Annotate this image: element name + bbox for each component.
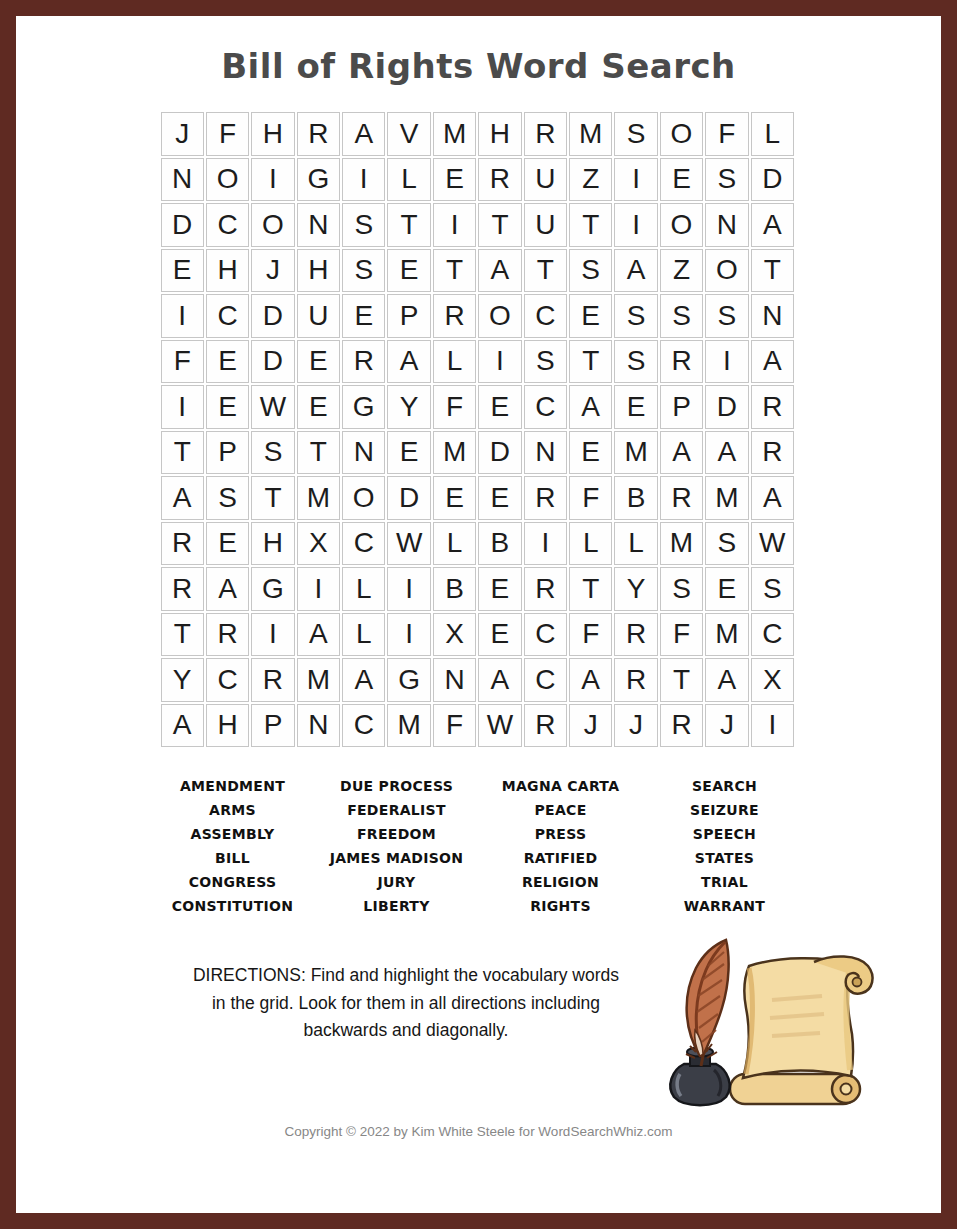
grid-cell-h11[interactable]: E [478,567,521,611]
grid-cell-f11[interactable]: I [387,567,430,611]
grid-cell-g10[interactable]: L [433,522,476,566]
word-list-item: PEACE [479,798,643,822]
grid-cell-e9[interactable]: O [342,476,385,520]
grid-cell-j9[interactable]: F [569,476,612,520]
grid-cell-j1[interactable]: M [569,112,612,156]
grid-cell-f1[interactable]: V [387,112,430,156]
grid-cell-d8[interactable]: T [297,431,340,475]
grid-cell-h2[interactable]: R [478,158,521,202]
grid-cell-k11[interactable]: Y [614,567,657,611]
grid-cell-h14[interactable]: W [478,704,521,748]
grid-cell-c5[interactable]: D [251,294,294,338]
grid-cell-j6[interactable]: T [569,340,612,384]
grid-cell-l13[interactable]: T [660,658,703,702]
grid-cell-i12[interactable]: C [524,613,567,657]
grid-cell-m1[interactable]: F [705,112,748,156]
grid-cell-m12[interactable]: M [705,613,748,657]
grid-cell-a8[interactable]: T [161,431,204,475]
word-list-item: RELIGION [479,870,643,894]
grid-cell-c3[interactable]: O [251,203,294,247]
grid-cell-n7[interactable]: R [751,385,794,429]
grid-cell-b4[interactable]: H [206,249,249,293]
grid-cell-f3[interactable]: T [387,203,430,247]
grid-cell-b8[interactable]: P [206,431,249,475]
grid-cell-k2[interactable]: I [614,158,657,202]
grid-cell-c1[interactable]: H [251,112,294,156]
grid-cell-k8[interactable]: M [614,431,657,475]
grid-cell-i10[interactable]: I [524,522,567,566]
grid-cell-a3[interactable]: D [161,203,204,247]
grid-cell-m13[interactable]: A [705,658,748,702]
grid-cell-k12[interactable]: R [614,613,657,657]
grid-cell-b13[interactable]: C [206,658,249,702]
directions-line: in the grid. Look for them in all direct… [140,990,672,1018]
word-list-item: TRIAL [643,870,807,894]
directions-line: DIRECTIONS: Find and highlight the vocab… [140,962,672,990]
grid-cell-c11[interactable]: G [251,567,294,611]
grid-cell-e12[interactable]: L [342,613,385,657]
grid-cell-j4[interactable]: S [569,249,612,293]
grid-cell-h7[interactable]: E [478,385,521,429]
grid-cell-i13[interactable]: C [524,658,567,702]
quill-and-scroll-illustration [654,938,886,1120]
word-list-item: CONGRESS [151,870,315,894]
grid-cell-j11[interactable]: T [569,567,612,611]
grid-cell-n8[interactable]: R [751,431,794,475]
grid-cell-g4[interactable]: T [433,249,476,293]
grid-cell-c7[interactable]: W [251,385,294,429]
word-list-item: SPEECH [643,822,807,846]
grid-cell-h13[interactable]: A [478,658,521,702]
grid-cell-a13[interactable]: Y [161,658,204,702]
word-list-item: WARRANT [643,894,807,918]
grid-cell-g13[interactable]: N [433,658,476,702]
grid-cell-c6[interactable]: D [251,340,294,384]
grid-cell-b7[interactable]: E [206,385,249,429]
grid-cell-l12[interactable]: F [660,613,703,657]
grid-cell-d5[interactable]: U [297,294,340,338]
word-grid: JFHRAVMHRMSOFLNOIGILERUZIESDDCONSTITUTIO… [161,112,797,747]
grid-cell-h1[interactable]: H [478,112,521,156]
grid-cell-m5[interactable]: S [705,294,748,338]
grid-cell-f2[interactable]: L [387,158,430,202]
grid-cell-h3[interactable]: T [478,203,521,247]
grid-cell-m4[interactable]: O [705,249,748,293]
grid-cell-a10[interactable]: R [161,522,204,566]
grid-cell-j3[interactable]: T [569,203,612,247]
word-list-item: FREEDOM [315,822,479,846]
grid-cell-k4[interactable]: A [614,249,657,293]
grid-cell-j14[interactable]: J [569,704,612,748]
grid-cell-c14[interactable]: P [251,704,294,748]
grid-cell-g14[interactable]: F [433,704,476,748]
grid-cell-a4[interactable]: E [161,249,204,293]
grid-cell-i14[interactable]: R [524,704,567,748]
grid-cell-h12[interactable]: E [478,613,521,657]
grid-cell-h9[interactable]: E [478,476,521,520]
page-title: Bill of Rights Word Search [16,46,941,86]
grid-cell-d4[interactable]: H [297,249,340,293]
grid-cell-n1[interactable]: L [751,112,794,156]
grid-cell-d14[interactable]: N [297,704,340,748]
grid-cell-b12[interactable]: R [206,613,249,657]
word-list-column-2: DUE PROCESSFEDERALISTFREEDOMJAMES MADISO… [315,774,479,918]
grid-cell-e3[interactable]: S [342,203,385,247]
grid-cell-g12[interactable]: X [433,613,476,657]
grid-cell-d12[interactable]: A [297,613,340,657]
grid-cell-m6[interactable]: I [705,340,748,384]
grid-cell-a7[interactable]: I [161,385,204,429]
grid-cell-l3[interactable]: O [660,203,703,247]
grid-cell-m3[interactable]: N [705,203,748,247]
word-list-item: SEARCH [643,774,807,798]
grid-cell-n5[interactable]: N [751,294,794,338]
grid-cell-d3[interactable]: N [297,203,340,247]
grid-cell-f14[interactable]: M [387,704,430,748]
grid-cell-c10[interactable]: H [251,522,294,566]
grid-cell-i7[interactable]: C [524,385,567,429]
grid-cell-m2[interactable]: S [705,158,748,202]
grid-cell-j2[interactable]: Z [569,158,612,202]
grid-cell-a2[interactable]: N [161,158,204,202]
grid-cell-g9[interactable]: E [433,476,476,520]
word-list-item: MAGNA CARTA [479,774,643,798]
grid-cell-l2[interactable]: E [660,158,703,202]
grid-cell-e1[interactable]: A [342,112,385,156]
directions-text: DIRECTIONS: Find and highlight the vocab… [140,962,672,1045]
grid-cell-k10[interactable]: L [614,522,657,566]
grid-cell-k14[interactable]: J [614,704,657,748]
grid-cell-a5[interactable]: I [161,294,204,338]
grid-cell-g11[interactable]: B [433,567,476,611]
grid-cell-b6[interactable]: E [206,340,249,384]
grid-cell-n4[interactable]: T [751,249,794,293]
bottom-section: DIRECTIONS: Find and highlight the vocab… [16,946,941,1120]
grid-cell-g6[interactable]: L [433,340,476,384]
grid-cell-h10[interactable]: B [478,522,521,566]
grid-cell-d9[interactable]: M [297,476,340,520]
word-list-item: ASSEMBLY [151,822,315,846]
word-list-item: PRESS [479,822,643,846]
grid-cell-e8[interactable]: N [342,431,385,475]
word-list-item: CONSTITUTION [151,894,315,918]
word-list-item: AMENDMENT [151,774,315,798]
quill-icon [686,940,729,1066]
grid-cell-k7[interactable]: E [614,385,657,429]
grid-cell-e10[interactable]: C [342,522,385,566]
word-list-column-1: AMENDMENTARMSASSEMBLYBILLCONGRESSCONSTIT… [151,774,315,918]
grid-cell-a9[interactable]: A [161,476,204,520]
grid-cell-l6[interactable]: R [660,340,703,384]
grid-cell-e14[interactable]: C [342,704,385,748]
grid-cell-l5[interactable]: S [660,294,703,338]
grid-cell-f10[interactable]: W [387,522,430,566]
word-list-item: RIGHTS [479,894,643,918]
grid-cell-k9[interactable]: B [614,476,657,520]
directions-line: backwards and diagonally. [140,1017,672,1045]
grid-cell-k1[interactable]: S [614,112,657,156]
grid-cell-l9[interactable]: R [660,476,703,520]
grid-cell-h8[interactable]: D [478,431,521,475]
word-list-column-3: MAGNA CARTAPEACEPRESSRATIFIEDRELIGIONRIG… [479,774,643,918]
grid-cell-d2[interactable]: G [297,158,340,202]
word-list-item: RATIFIED [479,846,643,870]
grid-cell-m7[interactable]: D [705,385,748,429]
grid-cell-b2[interactable]: O [206,158,249,202]
grid-cell-f8[interactable]: E [387,431,430,475]
word-list-item: JURY [315,870,479,894]
grid-cell-i6[interactable]: S [524,340,567,384]
grid-cell-i9[interactable]: R [524,476,567,520]
copyright-text: Copyright © 2022 by Kim White Steele for… [16,1124,941,1139]
grid-cell-i4[interactable]: T [524,249,567,293]
grid-cell-b9[interactable]: S [206,476,249,520]
grid-cell-n14[interactable]: I [751,704,794,748]
grid-cell-f7[interactable]: Y [387,385,430,429]
grid-cell-f5[interactable]: P [387,294,430,338]
grid-cell-b1[interactable]: F [206,112,249,156]
grid-cell-g3[interactable]: I [433,203,476,247]
grid-cell-j12[interactable]: F [569,613,612,657]
word-list-item: BILL [151,846,315,870]
grid-cell-g8[interactable]: M [433,431,476,475]
grid-cell-b11[interactable]: A [206,567,249,611]
grid-cell-k13[interactable]: R [614,658,657,702]
grid-cell-d7[interactable]: E [297,385,340,429]
word-list-column-4: SEARCHSEIZURESPEECHSTATESTRIALWARRANT [643,774,807,918]
grid-cell-h5[interactable]: O [478,294,521,338]
quill-scroll-svg [654,938,886,1116]
grid-cell-i3[interactable]: U [524,203,567,247]
grid-cell-k6[interactable]: S [614,340,657,384]
grid-cell-l8[interactable]: A [660,431,703,475]
grid-cell-j10[interactable]: L [569,522,612,566]
grid-cell-a6[interactable]: F [161,340,204,384]
grid-cell-l7[interactable]: P [660,385,703,429]
grid-cell-j8[interactable]: E [569,431,612,475]
grid-cell-n3[interactable]: A [751,203,794,247]
word-grid-container: JFHRAVMHRMSOFLNOIGILERUZIESDDCONSTITUTIO… [161,112,797,747]
word-list-item: SEIZURE [643,798,807,822]
grid-cell-g5[interactable]: R [433,294,476,338]
grid-cell-c2[interactable]: I [251,158,294,202]
grid-cell-n10[interactable]: W [751,522,794,566]
grid-cell-f4[interactable]: E [387,249,430,293]
grid-cell-j13[interactable]: A [569,658,612,702]
grid-cell-b10[interactable]: E [206,522,249,566]
grid-cell-f13[interactable]: G [387,658,430,702]
grid-cell-h6[interactable]: I [478,340,521,384]
grid-cell-e4[interactable]: S [342,249,385,293]
word-list-item: ARMS [151,798,315,822]
grid-cell-l14[interactable]: R [660,704,703,748]
grid-cell-a11[interactable]: R [161,567,204,611]
grid-cell-l4[interactable]: Z [660,249,703,293]
grid-cell-d10[interactable]: X [297,522,340,566]
grid-cell-d6[interactable]: E [297,340,340,384]
grid-cell-n6[interactable]: A [751,340,794,384]
grid-cell-b14[interactable]: H [206,704,249,748]
grid-cell-e13[interactable]: A [342,658,385,702]
grid-cell-l10[interactable]: M [660,522,703,566]
scroll-icon [730,956,873,1104]
grid-cell-f9[interactable]: D [387,476,430,520]
grid-cell-a14[interactable]: A [161,704,204,748]
grid-cell-b5[interactable]: C [206,294,249,338]
grid-cell-i5[interactable]: C [524,294,567,338]
grid-cell-g2[interactable]: E [433,158,476,202]
grid-cell-n9[interactable]: A [751,476,794,520]
word-list: AMENDMENTARMSASSEMBLYBILLCONGRESSCONSTIT… [151,774,807,918]
grid-cell-j5[interactable]: E [569,294,612,338]
word-list-item: DUE PROCESS [315,774,479,798]
grid-cell-m14[interactable]: J [705,704,748,748]
grid-cell-h4[interactable]: A [478,249,521,293]
grid-cell-f12[interactable]: I [387,613,430,657]
grid-cell-c13[interactable]: R [251,658,294,702]
grid-cell-m8[interactable]: A [705,431,748,475]
grid-cell-g7[interactable]: F [433,385,476,429]
grid-cell-e7[interactable]: G [342,385,385,429]
worksheet-page: Bill of Rights Word Search JFHRAVMHRMSOF… [0,0,957,1229]
word-list-item: LIBERTY [315,894,479,918]
grid-cell-d13[interactable]: M [297,658,340,702]
grid-cell-e2[interactable]: I [342,158,385,202]
grid-cell-c12[interactable]: I [251,613,294,657]
grid-cell-m9[interactable]: M [705,476,748,520]
grid-cell-i11[interactable]: R [524,567,567,611]
grid-cell-n13[interactable]: X [751,658,794,702]
grid-cell-k5[interactable]: S [614,294,657,338]
grid-cell-i8[interactable]: N [524,431,567,475]
grid-cell-i1[interactable]: R [524,112,567,156]
grid-cell-k3[interactable]: I [614,203,657,247]
word-list-item: STATES [643,846,807,870]
grid-cell-j7[interactable]: A [569,385,612,429]
grid-cell-i2[interactable]: U [524,158,567,202]
grid-cell-b3[interactable]: C [206,203,249,247]
grid-cell-c4[interactable]: J [251,249,294,293]
grid-cell-e5[interactable]: E [342,294,385,338]
grid-cell-n12[interactable]: C [751,613,794,657]
grid-cell-l11[interactable]: S [660,567,703,611]
grid-cell-m11[interactable]: E [705,567,748,611]
grid-cell-c8[interactable]: S [251,431,294,475]
grid-cell-d11[interactable]: I [297,567,340,611]
grid-cell-n2[interactable]: D [751,158,794,202]
word-list-item: FEDERALIST [315,798,479,822]
grid-cell-m10[interactable]: S [705,522,748,566]
grid-cell-e6[interactable]: R [342,340,385,384]
grid-cell-f6[interactable]: A [387,340,430,384]
word-list-item: JAMES MADISON [315,846,479,870]
grid-cell-g1[interactable]: M [433,112,476,156]
grid-cell-l1[interactable]: O [660,112,703,156]
grid-cell-a12[interactable]: T [161,613,204,657]
grid-cell-d1[interactable]: R [297,112,340,156]
grid-cell-a1[interactable]: J [161,112,204,156]
grid-cell-e11[interactable]: L [342,567,385,611]
grid-cell-c9[interactable]: T [251,476,294,520]
grid-cell-n11[interactable]: S [751,567,794,611]
